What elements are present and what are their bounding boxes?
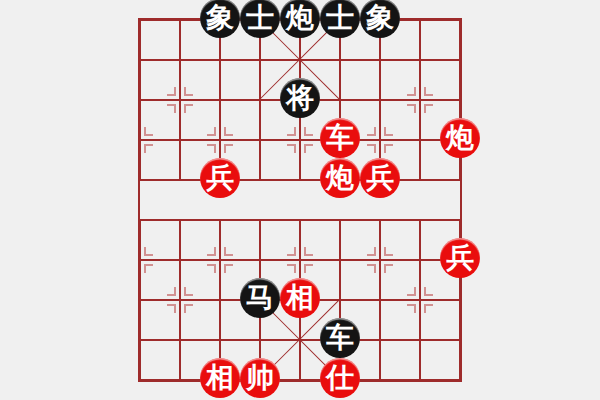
marker-corner <box>304 264 313 273</box>
marker-corner <box>184 287 193 296</box>
marker-corner <box>184 304 193 313</box>
river-cell <box>420 180 460 220</box>
marker-corner <box>287 264 296 273</box>
marker-corner <box>207 247 216 256</box>
marker-corner <box>384 144 393 153</box>
marker-corner <box>207 127 216 136</box>
marker-corner <box>207 264 216 273</box>
marker-corner <box>287 127 296 136</box>
river-cell <box>260 180 300 220</box>
marker-corner <box>424 287 433 296</box>
piece-red-pawn[interactable]: 兵 <box>360 158 400 198</box>
piece-red-cannon[interactable]: 炮 <box>320 158 360 198</box>
marker-corner <box>144 264 153 273</box>
marker-corner <box>407 287 416 296</box>
marker-corner <box>407 87 416 96</box>
marker-corner <box>287 247 296 256</box>
marker-corner <box>167 304 176 313</box>
marker-corner <box>144 127 153 136</box>
piece-red-general[interactable]: 帅 <box>240 358 280 398</box>
board-cell <box>220 60 260 100</box>
piece-red-chariot[interactable]: 车 <box>320 118 360 158</box>
piece-red-cannon[interactable]: 炮 <box>440 118 480 158</box>
marker-corner <box>144 144 153 153</box>
board-cell <box>340 60 380 100</box>
piece-red-pawn[interactable]: 兵 <box>200 158 240 198</box>
board-cell <box>140 340 180 380</box>
marker-corner <box>367 127 376 136</box>
marker-corner <box>184 104 193 113</box>
marker-corner <box>224 127 233 136</box>
marker-corner <box>167 104 176 113</box>
xiangqi-board[interactable]: 象士炮士象将车炮兵炮兵兵马相车相帅仕 <box>0 0 600 400</box>
marker-corner <box>287 144 296 153</box>
marker-corner <box>144 247 153 256</box>
marker-corner <box>367 264 376 273</box>
marker-corner <box>424 87 433 96</box>
board-cell <box>420 340 460 380</box>
marker-corner <box>224 247 233 256</box>
piece-red-elephant[interactable]: 相 <box>200 358 240 398</box>
marker-corner <box>207 144 216 153</box>
board-cell <box>420 20 460 60</box>
marker-corner <box>384 264 393 273</box>
piece-black-horse[interactable]: 马 <box>240 278 280 318</box>
board-cell <box>380 340 420 380</box>
marker-corner <box>167 87 176 96</box>
marker-corner <box>384 247 393 256</box>
marker-corner <box>224 144 233 153</box>
marker-corner <box>384 127 393 136</box>
piece-red-elephant[interactable]: 相 <box>280 278 320 318</box>
piece-black-chariot[interactable]: 车 <box>320 318 360 358</box>
marker-corner <box>424 104 433 113</box>
marker-corner <box>304 144 313 153</box>
piece-red-pawn[interactable]: 兵 <box>440 238 480 278</box>
piece-black-general[interactable]: 将 <box>280 78 320 118</box>
marker-corner <box>407 304 416 313</box>
marker-corner <box>407 104 416 113</box>
marker-corner <box>367 144 376 153</box>
piece-red-advisor[interactable]: 仕 <box>320 358 360 398</box>
board-grid <box>138 18 462 382</box>
board-cell <box>140 20 180 60</box>
marker-corner <box>184 87 193 96</box>
marker-corner <box>304 127 313 136</box>
marker-corner <box>224 264 233 273</box>
marker-corner <box>304 247 313 256</box>
marker-corner <box>367 247 376 256</box>
marker-corner <box>424 304 433 313</box>
river-cell <box>140 180 180 220</box>
marker-corner <box>167 287 176 296</box>
